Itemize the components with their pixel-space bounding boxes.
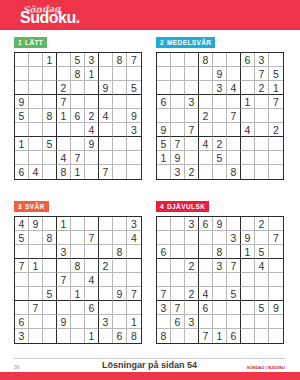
sudoku-3-cell-r3c7 xyxy=(99,245,113,259)
sudoku-4-cell-r3c5: 8 xyxy=(213,245,227,259)
sudoku-1-cell-r6c6: 4 xyxy=(85,123,99,137)
sudoku-4-cell-r3c4 xyxy=(199,245,213,259)
sudoku-4-cell-r6c9 xyxy=(269,287,283,301)
sudoku-2-cell-r1c9 xyxy=(269,53,283,67)
sudoku-1-cell-r6c8 xyxy=(113,123,127,137)
sudoku-4-cell-r6c4: 4 xyxy=(199,287,213,301)
sudoku-2-cell-r4c1: 6 xyxy=(157,95,171,109)
sudoku-1-cell-r8c4: 4 xyxy=(57,151,71,165)
sudoku-4-cell-r3c1: 6 xyxy=(157,245,171,259)
sudoku-4-cell-r2c7: 9 xyxy=(241,231,255,245)
sudoku-3-cell-r3c8: 8 xyxy=(113,245,127,259)
sudoku-2-cell-r7c6 xyxy=(227,137,241,151)
sudoku-2-cell-r7c3 xyxy=(185,137,199,151)
sudoku-4-cell-r7c3 xyxy=(185,301,199,315)
sudoku-3-cell-r9c7 xyxy=(99,329,113,343)
sudoku-4-cell-r1c6 xyxy=(227,217,241,231)
sudoku-2-cell-r1c3 xyxy=(185,53,199,67)
sudoku-1-cell-r1c7 xyxy=(99,53,113,67)
sudoku-4-cell-r5c2 xyxy=(171,273,185,287)
sudoku-2-cell-r3c8: 2 xyxy=(255,81,269,95)
header-bar: Söndag Sudoku. xyxy=(0,0,300,30)
sudoku-3-cell-r1c7 xyxy=(99,217,113,231)
sudoku-3-cell-r8c8 xyxy=(113,315,127,329)
sudoku-3-cell-r1c4: 1 xyxy=(57,217,71,231)
sudoku-1-cell-r8c2 xyxy=(29,151,43,165)
sudoku-3-cell-r8c5 xyxy=(71,315,85,329)
sudoku-2-cell-r1c8: 3 xyxy=(255,53,269,67)
sudoku-4-cell-r6c7 xyxy=(241,287,255,301)
sudoku-2-cell-r4c9: 7 xyxy=(269,95,283,109)
sudoku-1-cell-r4c6 xyxy=(85,95,99,109)
sudoku-4-cell-r9c4: 7 xyxy=(199,329,213,343)
sudoku-1-cell-r3c2 xyxy=(29,81,43,95)
sudoku-1-cell-r7c6: 9 xyxy=(85,137,99,151)
sudoku-2-cell-r2c9: 5 xyxy=(269,67,283,81)
sudoku-1-cell-r5c4: 1 xyxy=(57,109,71,123)
sudoku-2-cell-r1c5 xyxy=(213,53,227,67)
sudoku-4-cell-r1c3: 3 xyxy=(185,217,199,231)
sudoku-2-cell-r9c8 xyxy=(255,165,269,179)
sudoku-3-cell-r8c1: 6 xyxy=(15,315,29,329)
sudoku-3-cell-r5c1 xyxy=(15,273,29,287)
sudoku-2-cell-r3c3 xyxy=(185,81,199,95)
sudoku-1-cell-r1c9: 7 xyxy=(127,53,141,67)
footer: 56 Lösningar på sidan 54 SÖNDAG | SUDOKU xyxy=(14,364,285,370)
sudoku-4-cell-r9c5: 1 xyxy=(213,329,227,343)
sudoku-1-cell-r6c1 xyxy=(15,123,29,137)
sudoku-1-cell-r9c3 xyxy=(43,165,57,179)
sudoku-4-cell-r8c4 xyxy=(199,315,213,329)
sudoku-3-cell-r4c3 xyxy=(43,259,57,273)
sudoku-2-cell-r2c6 xyxy=(227,67,241,81)
sudoku-1-cell-r4c1: 9 xyxy=(15,95,29,109)
difficulty-number: 4 xyxy=(160,203,164,210)
sondag-sudoku-logo: Söndag Sudoku. xyxy=(20,5,80,26)
sudoku-1-cell-r1c5: 5 xyxy=(71,53,85,67)
sudoku-4-cell-r8c3: 3 xyxy=(185,315,199,329)
sudoku-4-cell-r5c3 xyxy=(185,273,199,287)
sudoku-4-cell-r3c7: 1 xyxy=(241,245,255,259)
sudoku-1-cell-r4c5 xyxy=(71,95,85,109)
sudoku-1-cell-r4c4: 7 xyxy=(57,95,71,109)
sudoku-2-cell-r9c9 xyxy=(269,165,283,179)
sudoku-1-cell-r6c5 xyxy=(71,123,85,137)
sudoku-1-cell-r9c2: 4 xyxy=(29,165,43,179)
sudoku-4-cell-r3c9 xyxy=(269,245,283,259)
sudoku-4-cell-r3c8: 5 xyxy=(255,245,269,259)
sudoku-2-cell-r5c9 xyxy=(269,109,283,123)
sudoku-3-cell-r9c6: 1 xyxy=(85,329,99,343)
sudoku-1-cell-r7c5 xyxy=(71,137,85,151)
sudoku-4-cell-r4c5: 3 xyxy=(213,259,227,273)
sudoku-1-cell-r8c3 xyxy=(43,151,57,165)
sudoku-2-cell-r5c2 xyxy=(171,109,185,123)
sudoku-2-cell-r7c1: 5 xyxy=(157,137,171,151)
sudoku-1-cell-r2c9 xyxy=(127,67,141,81)
sudoku-3-cell-r5c9 xyxy=(127,273,141,287)
sudoku-4-cell-r6c1: 7 xyxy=(157,287,171,301)
sudoku-2-cell-r7c9 xyxy=(269,137,283,151)
sudoku-1-cell-r5c7: 4 xyxy=(99,109,113,123)
sudoku-2-cell-r6c8 xyxy=(255,123,269,137)
difficulty-number: 3 xyxy=(18,203,22,210)
sudoku-2-cell-r8c8 xyxy=(255,151,269,165)
sudoku-3-cell-r6c5: 1 xyxy=(71,287,85,301)
sudoku-2-cell-r3c1 xyxy=(157,81,171,95)
sudoku-1-cell-r1c6: 3 xyxy=(85,53,99,67)
difficulty-label: SVÅR xyxy=(25,203,45,210)
sudoku-4-cell-r4c3: 2 xyxy=(185,259,199,273)
sudoku-3-cell-r3c1 xyxy=(15,245,29,259)
sudoku-2-cell-r8c3 xyxy=(185,151,199,165)
sudoku-2-cell-r6c7: 4 xyxy=(241,123,255,137)
sudoku-3-cell-r7c6: 6 xyxy=(85,301,99,315)
sudoku-3-cell-r6c9: 7 xyxy=(127,287,141,301)
sudoku-3-cell-r8c9: 1 xyxy=(127,315,141,329)
sudoku-4-cell-r5c9 xyxy=(269,273,283,287)
sudoku-1-cell-r6c3 xyxy=(43,123,57,137)
sudoku-1-cell-r9c6 xyxy=(85,165,99,179)
sudoku-1-cell-r2c8 xyxy=(113,67,127,81)
sudoku-4-cell-r2c2 xyxy=(171,231,185,245)
sudoku-3-cell-r3c6 xyxy=(85,245,99,259)
sudoku-2-cell-r4c6 xyxy=(227,95,241,109)
sudoku-3-cell-r3c9 xyxy=(127,245,141,259)
sudoku-2-cell-r8c6 xyxy=(227,151,241,165)
sudoku-1-cell-r1c1 xyxy=(15,53,29,67)
sudoku-4-cell-r3c3 xyxy=(185,245,199,259)
sudoku-3-cell-r2c5 xyxy=(71,231,85,245)
sudoku-grid-3: 491358743871827451977669313168 xyxy=(14,216,142,344)
sudoku-3-cell-r1c1: 4 xyxy=(15,217,29,231)
sudoku-4-cell-r1c5: 9 xyxy=(213,217,227,231)
sudoku-4-cell-r7c8: 5 xyxy=(255,301,269,315)
sudoku-4-cell-r9c1: 8 xyxy=(157,329,171,343)
sudoku-4-cell-r3c6 xyxy=(227,245,241,259)
sudoku-3-cell-r7c3 xyxy=(43,301,57,315)
sudoku-4-cell-r8c7 xyxy=(241,315,255,329)
sudoku-4-cell-r9c6: 6 xyxy=(227,329,241,343)
sudoku-2-cell-r5c6: 7 xyxy=(227,109,241,123)
sudoku-3-cell-r8c4: 9 xyxy=(57,315,71,329)
sudoku-3-cell-r5c5 xyxy=(71,273,85,287)
edition-text: SÖNDAG | SUDOKU xyxy=(247,365,285,370)
sudoku-3-cell-r4c2: 1 xyxy=(29,259,43,273)
sudoku-4-cell-r2c5 xyxy=(213,231,227,245)
sudoku-1-cell-r7c1: 1 xyxy=(15,137,29,151)
sudoku-3-cell-r9c8: 6 xyxy=(113,329,127,343)
sudoku-1-cell-r3c6 xyxy=(85,81,99,95)
sudoku-3-cell-r9c3 xyxy=(43,329,57,343)
sudoku-4-cell-r8c1 xyxy=(157,315,171,329)
sudoku-2-cell-r2c4 xyxy=(199,67,213,81)
sudoku-4-cell-r8c2: 6 xyxy=(171,315,185,329)
sudoku-3-cell-r1c8 xyxy=(113,217,127,231)
sudoku-2-cell-r1c6 xyxy=(227,53,241,67)
difficulty-number: 1 xyxy=(18,39,22,46)
sudoku-1-cell-r7c2 xyxy=(29,137,43,151)
sudoku-2-cell-r2c3 xyxy=(185,67,199,81)
sudoku-1-cell-r1c3: 1 xyxy=(43,53,57,67)
sudoku-1-cell-r6c2 xyxy=(29,123,43,137)
sudoku-2-cell-r1c1 xyxy=(157,53,171,67)
sudoku-3-cell-r5c2 xyxy=(29,273,43,287)
sudoku-3-cell-r8c3 xyxy=(43,315,57,329)
sudoku-3-cell-r7c1 xyxy=(15,301,29,315)
sudoku-4-cell-r2c1 xyxy=(157,231,171,245)
sudoku-3-cell-r4c5: 8 xyxy=(71,259,85,273)
sudoku-4-cell-r2c8 xyxy=(255,231,269,245)
sudoku-4-cell-r9c7 xyxy=(241,329,255,343)
sudoku-4-cell-r8c9 xyxy=(269,315,283,329)
sudoku-4-cell-r4c6: 7 xyxy=(227,259,241,273)
sudoku-4-cell-r2c3 xyxy=(185,231,199,245)
sudoku-3-cell-r9c2 xyxy=(29,329,43,343)
sudoku-3-cell-r7c9 xyxy=(127,301,141,315)
sudoku-1-cell-r3c1 xyxy=(15,81,29,95)
sudoku-1-cell-r4c7 xyxy=(99,95,113,109)
sudoku-3-cell-r3c5 xyxy=(71,245,85,259)
puzzle-3-hard: 3 SVÅR 491358743871827451977669313168 xyxy=(14,201,143,344)
sudoku-3-cell-r1c2: 9 xyxy=(29,217,43,231)
sudoku-2-cell-r4c8 xyxy=(255,95,269,109)
sudoku-4-cell-r4c2 xyxy=(171,259,185,273)
sudoku-1-cell-r2c3 xyxy=(43,67,57,81)
sudoku-4-cell-r5c5 xyxy=(213,273,227,287)
sudoku-4-cell-r1c1 xyxy=(157,217,171,231)
sudoku-3-cell-r8c6 xyxy=(85,315,99,329)
sudoku-4-cell-r4c9 xyxy=(269,259,283,273)
sudoku-2-cell-r7c4: 4 xyxy=(199,137,213,151)
sudoku-2-cell-r5c1 xyxy=(157,109,171,123)
sudoku-3-cell-r3c3 xyxy=(43,245,57,259)
sudoku-1-cell-r9c4: 8 xyxy=(57,165,71,179)
sudoku-4-cell-r4c4 xyxy=(199,259,213,273)
sudoku-3-cell-r9c1: 3 xyxy=(15,329,29,343)
sudoku-4-cell-r2c4 xyxy=(199,231,213,245)
sudoku-2-cell-r4c7: 1 xyxy=(241,95,255,109)
sudoku-1-cell-r8c6 xyxy=(85,151,99,165)
sudoku-4-cell-r2c6: 3 xyxy=(227,231,241,245)
sudoku-grid-1: 1538781295975816249431594764817 xyxy=(14,52,142,180)
sudoku-grid-2: 863975342163172797425742195328 xyxy=(156,52,284,180)
sudoku-2-cell-r3c5: 3 xyxy=(213,81,227,95)
sudoku-2-cell-r7c5: 2 xyxy=(213,137,227,151)
sudoku-1-cell-r3c9: 5 xyxy=(127,81,141,95)
puzzle-area: 1 LÄTT 1538781295975816249431594764817 2… xyxy=(0,30,300,344)
sudoku-2-cell-r7c2: 7 xyxy=(171,137,185,151)
sudoku-3-cell-r4c9 xyxy=(127,259,141,273)
sudoku-1-cell-r5c8 xyxy=(113,109,127,123)
sudoku-3-cell-r4c4 xyxy=(57,259,71,273)
sudoku-1-cell-r8c9 xyxy=(127,151,141,165)
sudoku-3-cell-r2c8 xyxy=(113,231,127,245)
sudoku-2-cell-r5c5 xyxy=(213,109,227,123)
sudoku-2-cell-r8c1: 1 xyxy=(157,151,171,165)
sudoku-3-cell-r1c3 xyxy=(43,217,57,231)
sudoku-1-cell-r3c8 xyxy=(113,81,127,95)
sudoku-2-cell-r2c1 xyxy=(157,67,171,81)
sudoku-2-cell-r4c3: 3 xyxy=(185,95,199,109)
sudoku-1-cell-r9c9 xyxy=(127,165,141,179)
sudoku-1-cell-r1c8: 8 xyxy=(113,53,127,67)
sudoku-3-cell-r5c6: 4 xyxy=(85,273,99,287)
sudoku-4-cell-r1c7 xyxy=(241,217,255,231)
sudoku-1-cell-r4c2 xyxy=(29,95,43,109)
sudoku-1-cell-r5c1: 5 xyxy=(15,109,29,123)
difficulty-badge-easy: 1 LÄTT xyxy=(14,37,47,48)
sudoku-4-cell-r9c2 xyxy=(171,329,185,343)
sudoku-4-cell-r5c7 xyxy=(241,273,255,287)
sudoku-3-cell-r6c7 xyxy=(99,287,113,301)
sudoku-1-cell-r2c5: 8 xyxy=(71,67,85,81)
sudoku-2-cell-r4c5 xyxy=(213,95,227,109)
sudoku-3-cell-r2c3: 8 xyxy=(43,231,57,245)
sudoku-1-cell-r2c7 xyxy=(99,67,113,81)
sudoku-3-cell-r2c4 xyxy=(57,231,71,245)
sudoku-3-cell-r4c7: 2 xyxy=(99,259,113,273)
footer-divider xyxy=(14,358,285,359)
sudoku-2-cell-r2c2 xyxy=(171,67,185,81)
sudoku-4-cell-r7c7 xyxy=(241,301,255,315)
sudoku-2-cell-r8c5: 5 xyxy=(213,151,227,165)
difficulty-label: DJÄVULSK xyxy=(167,203,205,210)
sudoku-2-cell-r6c6 xyxy=(227,123,241,137)
sudoku-1-cell-r8c8 xyxy=(113,151,127,165)
sudoku-3-cell-r3c4: 3 xyxy=(57,245,71,259)
sudoku-3-cell-r1c5 xyxy=(71,217,85,231)
sudoku-3-cell-r6c6 xyxy=(85,287,99,301)
sudoku-3-cell-r7c8 xyxy=(113,301,127,315)
sudoku-1-cell-r7c3: 5 xyxy=(43,137,57,151)
difficulty-number: 2 xyxy=(160,39,164,46)
sudoku-2-cell-r6c2 xyxy=(171,123,185,137)
sudoku-3-cell-r2c6: 7 xyxy=(85,231,99,245)
solutions-text: Lösningar på sidan 54 xyxy=(14,360,285,370)
sudoku-3-cell-r4c8 xyxy=(113,259,127,273)
sudoku-3-cell-r5c3 xyxy=(43,273,57,287)
sudoku-2-cell-r9c1 xyxy=(157,165,171,179)
sudoku-3-cell-r5c8 xyxy=(113,273,127,287)
sudoku-1-cell-r1c4 xyxy=(57,53,71,67)
sudoku-1-cell-r6c4 xyxy=(57,123,71,137)
sudoku-3-cell-r7c5 xyxy=(71,301,85,315)
sudoku-2-cell-r7c8 xyxy=(255,137,269,151)
sudoku-1-cell-r1c2 xyxy=(29,53,43,67)
sudoku-3-cell-r1c9: 3 xyxy=(127,217,141,231)
sudoku-4-cell-r5c4 xyxy=(199,273,213,287)
sudoku-3-cell-r9c9: 8 xyxy=(127,329,141,343)
sudoku-2-cell-r4c4 xyxy=(199,95,213,109)
sudoku-2-cell-r5c8 xyxy=(255,109,269,123)
sudoku-1-cell-r5c2 xyxy=(29,109,43,123)
sudoku-2-cell-r3c6: 4 xyxy=(227,81,241,95)
sudoku-4-cell-r6c2 xyxy=(171,287,185,301)
sudoku-1-cell-r8c5: 7 xyxy=(71,151,85,165)
sudoku-2-cell-r8c2: 9 xyxy=(171,151,185,165)
sudoku-4-cell-r1c8: 2 xyxy=(255,217,269,231)
sudoku-2-cell-r2c8: 7 xyxy=(255,67,269,81)
sudoku-1-cell-r3c7: 9 xyxy=(99,81,113,95)
sudoku-2-cell-r3c2 xyxy=(171,81,185,95)
sudoku-1-cell-r4c9 xyxy=(127,95,141,109)
sudoku-grid-4: 369239768152374724537659638716 xyxy=(156,216,284,344)
sudoku-2-cell-r6c5 xyxy=(213,123,227,137)
sudoku-3-cell-r2c7 xyxy=(99,231,113,245)
sudoku-4-cell-r9c8 xyxy=(255,329,269,343)
sudoku-2-cell-r9c6: 8 xyxy=(227,165,241,179)
sudoku-1-cell-r3c5 xyxy=(71,81,85,95)
difficulty-badge-devilish: 4 DJÄVULSK xyxy=(156,201,209,212)
sudoku-3-cell-r8c7: 3 xyxy=(99,315,113,329)
sudoku-2-cell-r1c7: 6 xyxy=(241,53,255,67)
sudoku-2-cell-r9c2: 3 xyxy=(171,165,185,179)
sudoku-4-cell-r6c6: 5 xyxy=(227,287,241,301)
sudoku-3-cell-r6c1 xyxy=(15,287,29,301)
sudoku-4-cell-r7c6 xyxy=(227,301,241,315)
difficulty-label: MEDELSVÅR xyxy=(167,39,211,46)
sudoku-3-cell-r7c7 xyxy=(99,301,113,315)
sudoku-2-cell-r8c7 xyxy=(241,151,255,165)
sudoku-4-cell-r8c8 xyxy=(255,315,269,329)
sudoku-4-cell-r1c9 xyxy=(269,217,283,231)
sudoku-2-cell-r4c2 xyxy=(171,95,185,109)
puzzle-4-devilish: 4 DJÄVULSK 36923976815237472453765963871… xyxy=(156,201,285,344)
sudoku-3-cell-r2c1: 5 xyxy=(15,231,29,245)
sudoku-1-cell-r5c6: 2 xyxy=(85,109,99,123)
sudoku-4-cell-r5c6 xyxy=(227,273,241,287)
sudoku-4-cell-r8c5 xyxy=(213,315,227,329)
sudoku-4-cell-r5c8 xyxy=(255,273,269,287)
sudoku-4-cell-r6c5 xyxy=(213,287,227,301)
sudoku-2-cell-r3c9: 1 xyxy=(269,81,283,95)
sudoku-1-cell-r9c7: 7 xyxy=(99,165,113,179)
sudoku-2-cell-r5c7 xyxy=(241,109,255,123)
sudoku-1-cell-r2c2 xyxy=(29,67,43,81)
sudoku-4-cell-r1c2 xyxy=(171,217,185,231)
sudoku-4-cell-r7c4: 6 xyxy=(199,301,213,315)
sudoku-3-cell-r2c9: 4 xyxy=(127,231,141,245)
sudoku-1-cell-r7c7 xyxy=(99,137,113,151)
puzzle-1-easy: 1 LÄTT 1538781295975816249431594764817 xyxy=(14,37,143,180)
puzzle-2-medium: 2 MEDELSVÅR 8639753421631727974257421953… xyxy=(156,37,285,180)
sudoku-2-cell-r9c7 xyxy=(241,165,255,179)
sudoku-1-cell-r2c6: 1 xyxy=(85,67,99,81)
sudoku-3-cell-r5c7 xyxy=(99,273,113,287)
sudoku-1-cell-r7c4 xyxy=(57,137,71,151)
sudoku-4-cell-r5c1 xyxy=(157,273,171,287)
sudoku-2-cell-r6c9: 2 xyxy=(269,123,283,137)
sudoku-2-cell-r6c4 xyxy=(199,123,213,137)
sudoku-2-cell-r9c4 xyxy=(199,165,213,179)
sudoku-4-cell-r4c1 xyxy=(157,259,171,273)
sudoku-2-cell-r3c4 xyxy=(199,81,213,95)
bottom-bar xyxy=(0,372,300,380)
sudoku-2-cell-r6c3: 7 xyxy=(185,123,199,137)
sudoku-3-cell-r1c6 xyxy=(85,217,99,231)
sudoku-4-cell-r9c3 xyxy=(185,329,199,343)
sudoku-3-cell-r8c2 xyxy=(29,315,43,329)
sudoku-4-cell-r7c5 xyxy=(213,301,227,315)
sudoku-3-cell-r2c2 xyxy=(29,231,43,245)
sudoku-1-cell-r9c8 xyxy=(113,165,127,179)
sudoku-4-cell-r8c6 xyxy=(227,315,241,329)
difficulty-label: LÄTT xyxy=(25,39,43,46)
sudoku-3-cell-r4c6 xyxy=(85,259,99,273)
sudoku-2-cell-r8c9 xyxy=(269,151,283,165)
sudoku-1-cell-r5c3: 8 xyxy=(43,109,57,123)
